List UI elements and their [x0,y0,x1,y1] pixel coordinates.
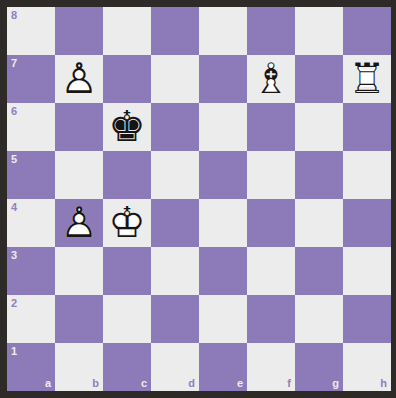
square-e8[interactable] [199,7,247,55]
square-h6[interactable] [343,103,391,151]
square-c3[interactable] [103,247,151,295]
square-e4[interactable] [199,199,247,247]
square-f6[interactable] [247,103,295,151]
square-a1[interactable]: 1a [7,343,55,391]
square-g6[interactable] [295,103,343,151]
square-a4[interactable]: 4 [7,199,55,247]
square-h7[interactable]: ♜♖ [343,55,391,103]
rank-label-5: 5 [11,154,17,165]
file-label-b: b [92,378,99,389]
rank-label-4: 4 [11,202,17,213]
square-a3[interactable]: 3 [7,247,55,295]
white-pawn-outline-glyph: ♙ [60,202,98,244]
white-pawn[interactable]: ♟♙ [55,55,103,103]
square-b7[interactable]: ♟♙ [55,55,103,103]
square-c5[interactable] [103,151,151,199]
square-d7[interactable] [151,55,199,103]
square-f8[interactable] [247,7,295,55]
square-b4[interactable]: ♟♙ [55,199,103,247]
square-c1[interactable]: c [103,343,151,391]
square-a8[interactable]: 8 [7,7,55,55]
white-pawn[interactable]: ♟♙ [55,199,103,247]
rank-label-3: 3 [11,250,17,261]
rank-label-8: 8 [11,10,17,21]
rank-label-1: 1 [11,346,17,357]
square-c6[interactable]: ♚ [103,103,151,151]
square-f2[interactable] [247,295,295,343]
square-b1[interactable]: b [55,343,103,391]
square-g3[interactable] [295,247,343,295]
black-king-glyph: ♚ [108,106,146,148]
square-c2[interactable] [103,295,151,343]
square-b3[interactable] [55,247,103,295]
square-h4[interactable] [343,199,391,247]
square-g4[interactable] [295,199,343,247]
white-pawn-outline-glyph: ♙ [60,58,98,100]
square-e3[interactable] [199,247,247,295]
square-d2[interactable] [151,295,199,343]
file-label-c: c [141,378,147,389]
white-rook[interactable]: ♜♖ [343,55,391,103]
square-d8[interactable] [151,7,199,55]
square-e5[interactable] [199,151,247,199]
board-frame: 87♟♙♝♗♜♖6♚54♟♙♚♔321abcdefgh [0,0,396,398]
square-b8[interactable] [55,7,103,55]
square-h1[interactable]: h [343,343,391,391]
white-bishop[interactable]: ♝♗ [247,55,295,103]
white-rook-outline-glyph: ♖ [348,58,386,100]
square-f1[interactable]: f [247,343,295,391]
square-a7[interactable]: 7 [7,55,55,103]
square-f4[interactable] [247,199,295,247]
square-g2[interactable] [295,295,343,343]
white-bishop-outline-glyph: ♗ [252,58,290,100]
square-b6[interactable] [55,103,103,151]
square-a6[interactable]: 6 [7,103,55,151]
square-e7[interactable] [199,55,247,103]
rank-label-6: 6 [11,106,17,117]
square-b2[interactable] [55,295,103,343]
square-e2[interactable] [199,295,247,343]
rank-label-7: 7 [11,58,17,69]
square-h5[interactable] [343,151,391,199]
square-g1[interactable]: g [295,343,343,391]
white-king-outline-glyph: ♔ [108,202,146,244]
square-a2[interactable]: 2 [7,295,55,343]
square-d3[interactable] [151,247,199,295]
square-f5[interactable] [247,151,295,199]
square-h2[interactable] [343,295,391,343]
rank-label-2: 2 [11,298,17,309]
square-e1[interactable]: e [199,343,247,391]
square-h3[interactable] [343,247,391,295]
square-g8[interactable] [295,7,343,55]
square-g7[interactable] [295,55,343,103]
square-f7[interactable]: ♝♗ [247,55,295,103]
square-d5[interactable] [151,151,199,199]
file-label-d: d [188,378,195,389]
square-d6[interactable] [151,103,199,151]
square-d1[interactable]: d [151,343,199,391]
square-e6[interactable] [199,103,247,151]
file-label-f: f [287,378,291,389]
square-f3[interactable] [247,247,295,295]
square-h8[interactable] [343,7,391,55]
file-label-h: h [380,378,387,389]
square-c7[interactable] [103,55,151,103]
chess-board: 87♟♙♝♗♜♖6♚54♟♙♚♔321abcdefgh [7,7,391,391]
square-d4[interactable] [151,199,199,247]
black-king[interactable]: ♚ [103,103,151,151]
file-label-a: a [45,378,51,389]
square-c8[interactable] [103,7,151,55]
square-g5[interactable] [295,151,343,199]
file-label-g: g [332,378,339,389]
square-a5[interactable]: 5 [7,151,55,199]
square-b5[interactable] [55,151,103,199]
square-c4[interactable]: ♚♔ [103,199,151,247]
file-label-e: e [237,378,243,389]
white-king[interactable]: ♚♔ [103,199,151,247]
